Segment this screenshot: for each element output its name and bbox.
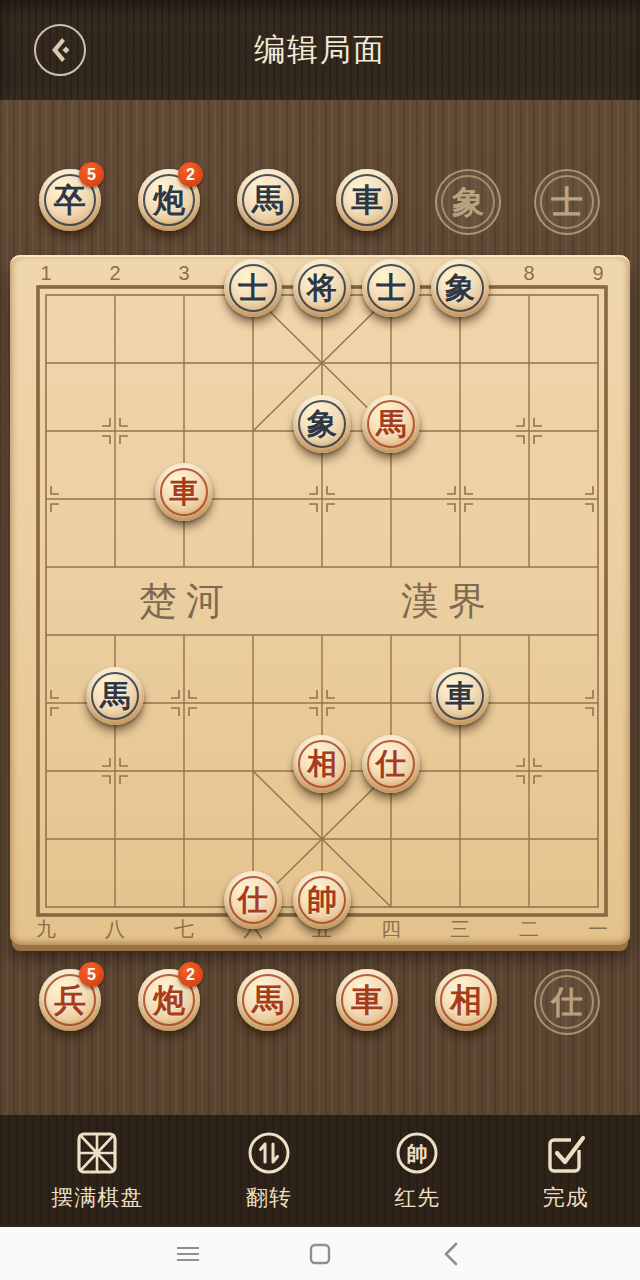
- piece-count-badge: 2: [178, 162, 203, 187]
- tray-piece-相[interactable]: 相: [435, 969, 497, 1031]
- piece-glyph: 馬: [100, 681, 130, 711]
- piece-glyph: 将: [307, 273, 337, 303]
- board-piece-帥[interactable]: 帥: [293, 871, 351, 929]
- tray-piece-卒[interactable]: 卒5: [39, 169, 101, 231]
- board-piece-仕[interactable]: 仕: [224, 871, 282, 929]
- tray-piece-車[interactable]: 車: [336, 969, 398, 1031]
- flip-arrows-icon: [246, 1130, 292, 1176]
- piece-glyph: 象: [452, 186, 484, 218]
- red-general-icon: 帥: [394, 1130, 440, 1176]
- piece-glyph: 馬: [252, 184, 284, 216]
- piece-glyph: 兵: [54, 984, 86, 1016]
- piece-count-badge: 5: [79, 162, 104, 187]
- tray-piece-炮[interactable]: 炮2: [138, 169, 200, 231]
- fill-board-label: 摆满棋盘: [51, 1183, 143, 1213]
- piece-glyph: 士: [551, 186, 583, 218]
- board-piece-士[interactable]: 士: [224, 259, 282, 317]
- board-piece-士[interactable]: 士: [362, 259, 420, 317]
- board-grid-icon: [74, 1130, 120, 1176]
- check-square-icon: [543, 1130, 589, 1176]
- piece-glyph: 仕: [551, 986, 583, 1018]
- home-icon[interactable]: [304, 1238, 336, 1270]
- piece-glyph: 車: [445, 681, 475, 711]
- tray-piece-炮[interactable]: 炮2: [138, 969, 200, 1031]
- back-nav-icon[interactable]: [436, 1238, 468, 1270]
- tray-piece-車[interactable]: 車: [336, 169, 398, 231]
- board-piece-象[interactable]: 象: [431, 259, 489, 317]
- tray-piece-仕-ghost: 仕: [534, 969, 600, 1035]
- piece-glyph: 仕: [376, 749, 406, 779]
- piece-glyph: 車: [351, 984, 383, 1016]
- board-piece-車[interactable]: 車: [155, 463, 213, 521]
- tray-piece-士-ghost: 士: [534, 169, 600, 235]
- red-piece-tray: 兵5炮2馬車相仕: [0, 967, 640, 1033]
- piece-glyph: 炮: [153, 184, 185, 216]
- bottom-toolbar: 摆满棋盘 翻转 帥 红先: [0, 1115, 640, 1227]
- android-nav-bar: [0, 1227, 640, 1280]
- piece-glyph: 車: [351, 184, 383, 216]
- board-piece-仕[interactable]: 仕: [362, 735, 420, 793]
- board-pieces-layer: 士将士象象馬車馬車相仕仕帥: [10, 255, 630, 945]
- piece-glyph: 士: [238, 273, 268, 303]
- piece-glyph: 馬: [252, 984, 284, 1016]
- board-piece-馬[interactable]: 馬: [362, 395, 420, 453]
- done-label: 完成: [543, 1183, 589, 1213]
- piece-glyph: 馬: [376, 409, 406, 439]
- piece-glyph: 相: [307, 749, 337, 779]
- board-piece-車[interactable]: 車: [431, 667, 489, 725]
- piece-glyph: 象: [307, 409, 337, 439]
- piece-glyph: 象: [445, 273, 475, 303]
- piece-glyph: 車: [169, 477, 199, 507]
- flip-label: 翻转: [246, 1183, 292, 1213]
- piece-glyph: 炮: [153, 984, 185, 1016]
- screen: 编辑局面 卒5炮2馬車象士 楚河漢界123456789九八七六五四三二一 士将士…: [0, 0, 640, 1280]
- board-piece-将[interactable]: 将: [293, 259, 351, 317]
- tray-piece-馬[interactable]: 馬: [237, 969, 299, 1031]
- tray-piece-兵[interactable]: 兵5: [39, 969, 101, 1031]
- board-piece-相[interactable]: 相: [293, 735, 351, 793]
- flip-button[interactable]: 翻转: [246, 1130, 292, 1213]
- svg-text:帥: 帥: [407, 1141, 428, 1166]
- menu-icon[interactable]: [172, 1238, 204, 1270]
- red-first-label: 红先: [394, 1183, 440, 1213]
- piece-glyph: 仕: [238, 885, 268, 915]
- piece-count-badge: 5: [79, 962, 104, 987]
- page-title: 编辑局面: [0, 0, 640, 100]
- top-bar: 编辑局面: [0, 0, 640, 100]
- board-piece-馬[interactable]: 馬: [86, 667, 144, 725]
- piece-count-badge: 2: [178, 962, 203, 987]
- done-button[interactable]: 完成: [543, 1130, 589, 1213]
- fill-board-button[interactable]: 摆满棋盘: [51, 1130, 143, 1213]
- black-piece-tray: 卒5炮2馬車象士: [0, 167, 640, 233]
- piece-glyph: 帥: [307, 885, 337, 915]
- piece-glyph: 卒: [54, 184, 86, 216]
- xiangqi-board[interactable]: 楚河漢界123456789九八七六五四三二一 士将士象象馬車馬車相仕仕帥: [10, 255, 630, 945]
- piece-glyph: 相: [450, 984, 482, 1016]
- board-piece-象[interactable]: 象: [293, 395, 351, 453]
- piece-glyph: 士: [376, 273, 406, 303]
- tray-piece-馬[interactable]: 馬: [237, 169, 299, 231]
- tray-piece-象-ghost: 象: [435, 169, 501, 235]
- red-first-button[interactable]: 帥 红先: [394, 1130, 440, 1213]
